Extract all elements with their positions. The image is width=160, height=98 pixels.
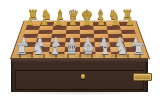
piece-b8-knight: ♞ [40, 8, 54, 21]
piece-d8-queen: ♛ [67, 8, 81, 21]
chess-set-photo: ♜ ♞ ♝ ♛ ♚ ♝ ♞ ♜ ♟ ♟ ♟ ♟ ♟ ♟ ♟ ♟ ♟ ♟ ♟ ♟ … [0, 0, 160, 98]
drawer-knob [81, 74, 85, 79]
piece-c8-bishop: ♝ [53, 8, 67, 21]
storage-drawer [15, 70, 144, 90]
board-grid [17, 22, 144, 57]
brass-plaque [133, 73, 152, 81]
piece-a8-rook: ♜ [26, 8, 40, 21]
drop-shadow [13, 92, 146, 95]
rank-8-gold-back-rank: ♜ ♞ ♝ ♛ ♚ ♝ ♞ ♜ [26, 8, 134, 21]
piece-f8-bishop: ♝ [94, 8, 108, 21]
box-top-lip [11, 58, 148, 62]
piece-e8-king: ♚ [80, 8, 94, 21]
piece-h8-rook: ♜ [121, 8, 135, 21]
chess-box [11, 58, 148, 92]
piece-g8-knight: ♞ [107, 8, 121, 21]
